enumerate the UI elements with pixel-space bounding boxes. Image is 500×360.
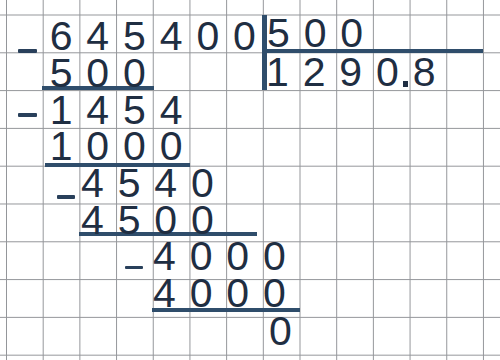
digit-cell: 4 (153, 18, 190, 56)
digit-cell: 0 (369, 54, 406, 92)
digit-cell: 5 (260, 15, 297, 53)
digit-cell: 4 (74, 202, 111, 240)
final-remainder-row: 0 (262, 313, 299, 351)
digit-cell: 1 (259, 54, 296, 92)
divisor-row: 500 (260, 15, 370, 53)
digit-cell: 0 (256, 275, 293, 313)
digit-cell: 0 (262, 313, 299, 351)
digit-cell: 8 (406, 54, 443, 92)
minus-sign-4 (125, 266, 143, 270)
minus-sign-1 (18, 49, 37, 53)
digit-cell: 5 (111, 202, 148, 240)
digit-cell: 0 (183, 275, 220, 313)
digit-cell: 1 (43, 128, 80, 166)
digit-cell: 0 (226, 18, 263, 56)
digit-cell: 4 (146, 275, 183, 313)
digit-cell: 0 (189, 18, 226, 56)
digit-cell: 0 (219, 275, 256, 313)
quotient-row: 12908 (259, 54, 442, 92)
dividend-row: 645400 (43, 18, 263, 56)
digit-cell: 2 (296, 54, 333, 92)
subtrahend-4000-row: 4000 (146, 275, 293, 313)
digit-cell: 9 (332, 54, 369, 92)
graph-paper: 645400 500 500 12908 1454 1000 4540 4500… (0, 0, 500, 360)
digit-cell: 0 (297, 15, 334, 53)
minus-sign-2 (18, 113, 37, 117)
digit-cell: 0 (333, 15, 370, 53)
minus-sign-3 (57, 195, 75, 199)
